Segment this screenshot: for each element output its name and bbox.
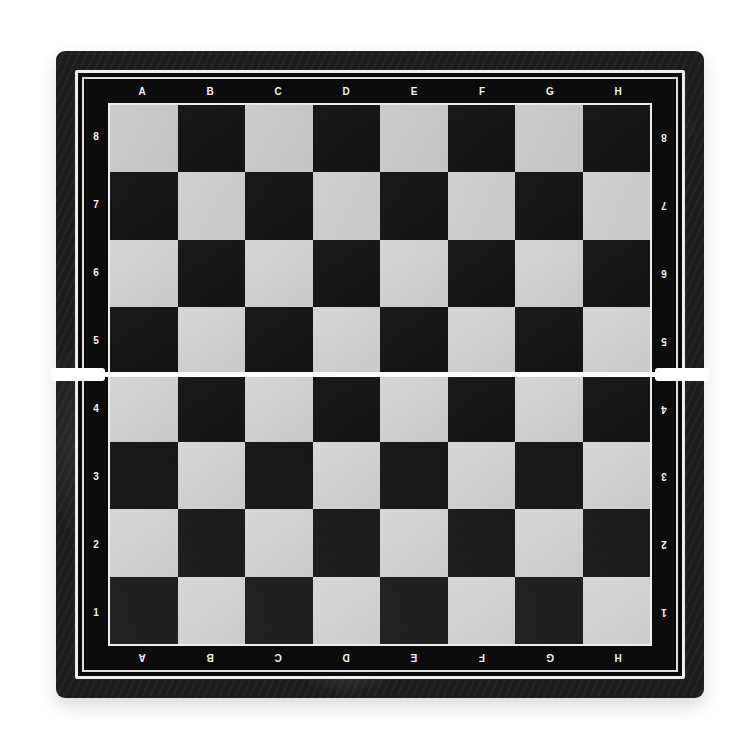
rank-label-right-5: 5 [652,307,676,375]
square-a7[interactable] [110,172,178,239]
rank-label-left-5: 5 [84,307,108,375]
square-d2[interactable] [313,509,381,576]
square-c5[interactable] [245,307,313,374]
rank-label-left-4: 4 [84,375,108,443]
square-d5[interactable] [313,307,381,374]
square-d1[interactable] [313,577,381,644]
product-photo: ABCDEFGH ABCDEFGH 87654321 87654321 [0,0,750,750]
file-label-top-g: G [516,79,584,103]
file-label-top-d: D [312,79,380,103]
file-label-top-h: H [584,79,652,103]
rank-label-right-2: 2 [652,510,676,578]
square-e1[interactable] [380,577,448,644]
square-d6[interactable] [313,240,381,307]
rank-label-left-3: 3 [84,442,108,510]
file-label-bottom-c: C [244,646,312,670]
file-label-top-a: A [108,79,176,103]
square-f1[interactable] [448,577,516,644]
square-d7[interactable] [313,172,381,239]
square-b5[interactable] [178,307,246,374]
file-label-top-b: B [176,79,244,103]
file-label-bottom-b: B [176,646,244,670]
square-c7[interactable] [245,172,313,239]
square-f4[interactable] [448,375,516,442]
square-a1[interactable] [110,577,178,644]
square-f2[interactable] [448,509,516,576]
square-c3[interactable] [245,442,313,509]
square-b4[interactable] [178,375,246,442]
rank-label-left-7: 7 [84,171,108,239]
square-b1[interactable] [178,577,246,644]
square-e7[interactable] [380,172,448,239]
file-labels-bottom: ABCDEFGH [108,646,652,670]
file-label-top-f: F [448,79,516,103]
square-f8[interactable] [448,105,516,172]
square-h3[interactable] [583,442,651,509]
file-label-bottom-e: E [380,646,448,670]
square-a2[interactable] [110,509,178,576]
square-d3[interactable] [313,442,381,509]
square-e5[interactable] [380,307,448,374]
square-b7[interactable] [178,172,246,239]
square-g5[interactable] [515,307,583,374]
square-g7[interactable] [515,172,583,239]
square-e4[interactable] [380,375,448,442]
chess-board: ABCDEFGH ABCDEFGH 87654321 87654321 [56,51,704,698]
file-label-top-c: C [244,79,312,103]
square-c6[interactable] [245,240,313,307]
square-g3[interactable] [515,442,583,509]
rank-label-left-8: 8 [84,103,108,171]
rank-label-right-3: 3 [652,442,676,510]
hinge-notch-left [51,368,105,381]
square-h2[interactable] [583,509,651,576]
rank-label-right-8: 8 [652,103,676,171]
hinge-notch-right [655,368,709,381]
rank-label-right-1: 1 [652,578,676,646]
square-c2[interactable] [245,509,313,576]
rank-label-right-4: 4 [652,375,676,443]
square-f7[interactable] [448,172,516,239]
fold-seam [51,372,709,377]
square-g4[interactable] [515,375,583,442]
square-c4[interactable] [245,375,313,442]
square-f3[interactable] [448,442,516,509]
square-e2[interactable] [380,509,448,576]
square-b3[interactable] [178,442,246,509]
file-label-bottom-a: A [108,646,176,670]
file-label-bottom-g: G [516,646,584,670]
square-h8[interactable] [583,105,651,172]
rank-label-left-1: 1 [84,578,108,646]
square-e6[interactable] [380,240,448,307]
file-label-bottom-d: D [312,646,380,670]
square-h6[interactable] [583,240,651,307]
square-b2[interactable] [178,509,246,576]
file-label-bottom-h: H [584,646,652,670]
square-a8[interactable] [110,105,178,172]
rank-label-left-6: 6 [84,239,108,307]
square-h4[interactable] [583,375,651,442]
square-e8[interactable] [380,105,448,172]
square-e3[interactable] [380,442,448,509]
square-h7[interactable] [583,172,651,239]
square-h1[interactable] [583,577,651,644]
square-g6[interactable] [515,240,583,307]
square-g1[interactable] [515,577,583,644]
file-label-top-e: E [380,79,448,103]
square-c8[interactable] [245,105,313,172]
square-a6[interactable] [110,240,178,307]
square-d4[interactable] [313,375,381,442]
square-d8[interactable] [313,105,381,172]
file-labels-top: ABCDEFGH [108,79,652,103]
square-c1[interactable] [245,577,313,644]
square-b6[interactable] [178,240,246,307]
square-h5[interactable] [583,307,651,374]
square-a5[interactable] [110,307,178,374]
rank-label-right-6: 6 [652,239,676,307]
square-g8[interactable] [515,105,583,172]
square-a4[interactable] [110,375,178,442]
rank-label-right-7: 7 [652,171,676,239]
square-f5[interactable] [448,307,516,374]
square-f6[interactable] [448,240,516,307]
square-a3[interactable] [110,442,178,509]
square-g2[interactable] [515,509,583,576]
rank-label-left-2: 2 [84,510,108,578]
file-label-bottom-f: F [448,646,516,670]
square-b8[interactable] [178,105,246,172]
